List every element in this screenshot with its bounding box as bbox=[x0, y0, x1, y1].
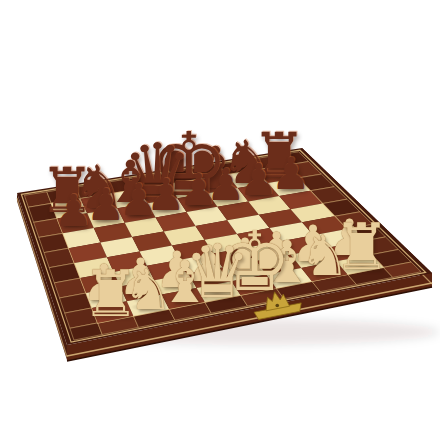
piece-white-rook[interactable]: ♜ bbox=[82, 262, 139, 326]
piece-black-pawn[interactable]: ♟ bbox=[54, 189, 93, 233]
chess-set-photo: ♜♞♝♛♚♝♞♜♟♟♟♟♟♟♟♟♟♟♟♟♟♟♟♟♜♞♝♛♚♝♞♜ bbox=[0, 0, 440, 440]
